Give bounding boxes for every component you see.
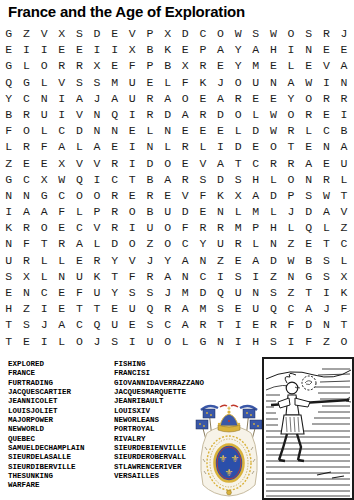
grid-cell: R — [23, 107, 30, 123]
grid-cell: A — [252, 253, 259, 269]
word-list-item: NEWORLEANS — [114, 416, 204, 425]
grid-cell: W — [58, 172, 65, 188]
grid-cell: U — [235, 285, 242, 301]
grid-cell: E — [199, 204, 206, 220]
grid-cell: U — [252, 301, 259, 317]
grid-cell: D — [111, 236, 118, 252]
grid-cell: R — [111, 188, 118, 204]
grid-cell: E — [305, 236, 312, 252]
word-list-item: WARFARE — [8, 481, 85, 490]
grid-cell: X — [164, 26, 171, 42]
grid-cell: I — [235, 317, 242, 333]
grid-cell: S — [199, 172, 206, 188]
grid-cell: D — [94, 26, 101, 42]
grid-cell: T — [217, 317, 224, 333]
grid-cell: N — [323, 139, 330, 155]
grid-cell: U — [252, 75, 259, 91]
grid-cell: B — [146, 42, 153, 58]
grid-cell: F — [341, 301, 348, 317]
grid-cell: L — [252, 236, 259, 252]
grid-cell: F — [76, 285, 83, 301]
grid-cell: C — [111, 172, 118, 188]
grid-cell: J — [323, 301, 330, 317]
grid-cell: E — [58, 285, 65, 301]
grid-cell: A — [288, 75, 295, 91]
grid-cell: E — [58, 301, 65, 317]
grid-cell: R — [323, 172, 330, 188]
grid-cell: S — [5, 269, 12, 285]
grid-cell: V — [182, 188, 189, 204]
grid-cell: A — [323, 204, 330, 220]
grid-cell: E — [199, 123, 206, 139]
grid-cell: R — [58, 236, 65, 252]
grid-cell: E — [129, 188, 136, 204]
grid-cell: C — [41, 285, 48, 301]
grid-cell: L — [41, 123, 48, 139]
grid-cell: O — [235, 75, 242, 91]
grid-cell: R — [323, 91, 330, 107]
grid-cell: A — [111, 91, 118, 107]
grid-cell: E — [182, 42, 189, 58]
word-list-item: SIEURDEROBERVALL — [114, 453, 204, 462]
grid-cell: Y — [5, 91, 12, 107]
grid-cell: T — [41, 236, 48, 252]
grid-cell: L — [164, 75, 171, 91]
grid-cell: I — [41, 334, 48, 350]
grid-cell: C — [164, 317, 171, 333]
grid-cell: N — [252, 285, 259, 301]
word-list-column-1: EXPLOREDFRANCEFURTRADINGJACQUESCARTIERJE… — [8, 360, 85, 491]
grid-cell: A — [41, 204, 48, 220]
grid-cell: J — [341, 26, 348, 42]
grid-cell: Q — [76, 172, 83, 188]
grid-cell: N — [323, 317, 330, 333]
grid-cell: C — [288, 301, 295, 317]
grid-cell: A — [217, 156, 224, 172]
grid-cell: U — [129, 301, 136, 317]
grid-cell: V — [323, 58, 330, 74]
grid-cell: E — [111, 26, 118, 42]
grid-cell: K — [199, 75, 206, 91]
grid-cell: K — [164, 42, 171, 58]
grid-cell: F — [23, 236, 30, 252]
grid-cell: R — [182, 172, 189, 188]
worksheet-page: France and the Age of Exploration GZVXSD… — [0, 0, 354, 500]
word-list-item: NEWWORLD — [8, 425, 85, 434]
grid-cell: L — [252, 107, 259, 123]
grid-cell: L — [41, 75, 48, 91]
grid-cell: F — [129, 58, 136, 74]
grid-cell: C — [199, 269, 206, 285]
page-title: France and the Age of Exploration — [8, 3, 245, 20]
word-list-item: STLAWRENCERIVER — [114, 463, 204, 472]
word-list-item: THESUNKING — [8, 472, 85, 481]
grid-cell: O — [164, 236, 171, 252]
grid-cell: V — [341, 204, 348, 220]
grid-cell: I — [288, 334, 295, 350]
grid-cell: X — [341, 269, 348, 285]
word-list-item: MAJORPOWER — [8, 416, 85, 425]
grid-cell: P — [199, 42, 206, 58]
grid-cell: S — [23, 317, 30, 333]
grid-cell: T — [129, 172, 136, 188]
grid-cell: C — [323, 123, 330, 139]
grid-cell: L — [341, 253, 348, 269]
grid-cell: M — [252, 58, 259, 74]
grid-cell: B — [305, 253, 312, 269]
grid-cell: D — [146, 156, 153, 172]
grid-cell: F — [182, 75, 189, 91]
grid-cell: E — [341, 42, 348, 58]
word-list-item: GIOVANNIDAVERRAZZANO — [114, 379, 204, 388]
grid-cell: K — [217, 188, 224, 204]
grid-cell: S — [323, 253, 330, 269]
grid-cell: D — [76, 123, 83, 139]
grid-cell: L — [76, 139, 83, 155]
grid-cell: A — [182, 107, 189, 123]
grid-cell: E — [217, 123, 224, 139]
grid-cell: W — [288, 253, 295, 269]
grid-cell: N — [5, 188, 12, 204]
grid-cell: E — [146, 75, 153, 91]
grid-cell: J — [41, 317, 48, 333]
grid-cell: S — [270, 334, 277, 350]
grid-cell: G — [305, 269, 312, 285]
grid-cell: O — [235, 107, 242, 123]
grid-cell: L — [288, 58, 295, 74]
word-list-item: JACQUESMARQUETTE — [114, 388, 204, 397]
grid-cell: Y — [235, 42, 242, 58]
grid-cell: L — [58, 253, 65, 269]
grid-cell: N — [58, 269, 65, 285]
grid-cell: O — [182, 91, 189, 107]
grid-cell: S — [305, 188, 312, 204]
grid-cell: Y — [235, 58, 242, 74]
grid-cell: E — [111, 58, 118, 74]
grid-cell: E — [111, 301, 118, 317]
grid-cell: V — [58, 75, 65, 91]
grid-cell: O — [288, 26, 295, 42]
grid-cell: A — [58, 317, 65, 333]
grid-cell: E — [323, 156, 330, 172]
grid-cell: C — [199, 26, 206, 42]
grid-cell: R — [341, 91, 348, 107]
grid-cell: J — [146, 253, 153, 269]
grid-cell: K — [341, 285, 348, 301]
grid-cell: V — [129, 26, 136, 42]
grid-cell: X — [58, 26, 65, 42]
grid-cell: E — [252, 91, 259, 107]
grid-cell: P — [288, 188, 295, 204]
grid-cell: R — [217, 220, 224, 236]
grid-cell: D — [182, 204, 189, 220]
grid-cell: V — [199, 156, 206, 172]
grid-cell: P — [146, 58, 153, 74]
grid-cell: F — [41, 139, 48, 155]
grid-cell: J — [164, 285, 171, 301]
grid-cell: I — [323, 75, 330, 91]
grid-cell: T — [235, 156, 242, 172]
grid-cell: E — [182, 123, 189, 139]
grid-cell: L — [23, 58, 30, 74]
grid-cell: W — [270, 107, 277, 123]
grid-cell: O — [76, 188, 83, 204]
grid-cell: O — [41, 58, 48, 74]
grid-cell: R — [235, 236, 242, 252]
word-list-item: JACQUESCARTIER — [8, 388, 85, 397]
grid-cell: R — [199, 107, 206, 123]
grid-cell: Q — [146, 301, 153, 317]
grid-cell: V — [76, 156, 83, 172]
grid-cell: N — [5, 236, 12, 252]
grid-cell: U — [94, 285, 101, 301]
grid-cell: E — [323, 42, 330, 58]
grid-cell: U — [146, 220, 153, 236]
grid-cell: C — [58, 123, 65, 139]
grid-cell: I — [41, 301, 48, 317]
grid-cell: A — [341, 58, 348, 74]
grid-cell: S — [235, 269, 242, 285]
grid-cell: F — [305, 334, 312, 350]
grid-cell: J — [94, 334, 101, 350]
grid-cell: H — [270, 42, 277, 58]
grid-cell: C — [341, 236, 348, 252]
grid-cell: A — [252, 42, 259, 58]
grid-cell: I — [41, 42, 48, 58]
grid-cell: V — [94, 220, 101, 236]
grid-cell: R — [235, 91, 242, 107]
grid-cell: Q — [5, 75, 12, 91]
grid-cell: O — [23, 123, 30, 139]
grid-cell: R — [305, 107, 312, 123]
grid-cell: X — [94, 58, 101, 74]
grid-cell: N — [94, 107, 101, 123]
grid-cell: B — [146, 172, 153, 188]
grid-cell: L — [288, 220, 295, 236]
grid-cell: T — [341, 188, 348, 204]
grid-cell: Q — [305, 220, 312, 236]
grid-cell: E — [252, 317, 259, 333]
grid-cell: X — [41, 172, 48, 188]
grid-cell: E — [129, 123, 136, 139]
word-list-item: FURTRADING — [8, 379, 85, 388]
word-list-item: VERSAILLES — [114, 472, 204, 481]
grid-cell: R — [94, 253, 101, 269]
grid-cell: T — [341, 317, 348, 333]
french-royal-coat-of-arms-icon: ⚜ ⚜ ⚜ — [193, 397, 265, 500]
grid-cell: I — [252, 269, 259, 285]
grid-cell: L — [341, 172, 348, 188]
grid-cell: S — [111, 334, 118, 350]
grid-cell: I — [341, 107, 348, 123]
grid-cell: N — [341, 75, 348, 91]
grid-cell: N — [288, 269, 295, 285]
grid-cell: A — [182, 317, 189, 333]
grid-cell: G — [5, 172, 12, 188]
grid-cell: X — [58, 156, 65, 172]
word-list-item: QUEBEC — [8, 435, 85, 444]
grid-cell: P — [146, 26, 153, 42]
grid-cell: S — [76, 26, 83, 42]
grid-cell: E — [323, 107, 330, 123]
grid-cell: G — [23, 75, 30, 91]
grid-cell: E — [199, 91, 206, 107]
grid-cell: R — [288, 156, 295, 172]
grid-cell: Z — [323, 334, 330, 350]
grid-cell: L — [270, 172, 277, 188]
grid-cell: C — [58, 188, 65, 204]
grid-cell: I — [129, 107, 136, 123]
word-list-item: FISHING — [114, 360, 204, 369]
grid-cell: Z — [146, 236, 153, 252]
grid-cell: Y — [164, 253, 171, 269]
grid-cell: R — [182, 139, 189, 155]
grid-cell: Q — [217, 285, 224, 301]
grid-cell: G — [5, 26, 12, 42]
grid-cell: V — [129, 253, 136, 269]
grid-cell: B — [341, 123, 348, 139]
grid-cell: Z — [288, 236, 295, 252]
grid-cell: D — [270, 188, 277, 204]
grid-cell: R — [23, 220, 30, 236]
grid-cell: N — [270, 236, 277, 252]
grid-cell: F — [199, 188, 206, 204]
grid-cell: J — [94, 91, 101, 107]
grid-cell: W — [270, 26, 277, 42]
grid-cell: S — [76, 75, 83, 91]
grid-cell: O — [129, 236, 136, 252]
grid-cell: R — [146, 188, 153, 204]
grid-cell: O — [288, 172, 295, 188]
grid-cell: E — [305, 58, 312, 74]
grid-cell: A — [182, 301, 189, 317]
grid-cell: P — [252, 220, 259, 236]
grid-cell: I — [111, 42, 118, 58]
grid-cell: E — [111, 139, 118, 155]
grid-cell: E — [5, 42, 12, 58]
grid-cell: A — [164, 91, 171, 107]
grid-cell: O — [288, 107, 295, 123]
grid-cell: S — [270, 285, 277, 301]
word-list-item: PORTROYAL — [114, 425, 204, 434]
grid-cell: A — [252, 188, 259, 204]
grid-cell: L — [305, 123, 312, 139]
grid-cell: E — [235, 253, 242, 269]
grid-cell: J — [288, 204, 295, 220]
grid-cell: T — [288, 139, 295, 155]
grid-cell: I — [94, 172, 101, 188]
grid-cell: R — [111, 220, 118, 236]
grid-cell: O — [164, 156, 171, 172]
word-list-item: SIEURDELASALLE — [8, 453, 85, 462]
grid-cell: R — [199, 317, 206, 333]
grid-cell: H — [5, 301, 12, 317]
grid-cell: T — [94, 301, 101, 317]
grid-cell: M — [252, 204, 259, 220]
grid-cell: Y — [111, 285, 118, 301]
grid-cell: S — [323, 269, 330, 285]
grid-cell: U — [217, 236, 224, 252]
grid-cell: E — [41, 156, 48, 172]
grid-cell: S — [129, 285, 136, 301]
grid-cell: T — [305, 285, 312, 301]
grid-cell: I — [129, 220, 136, 236]
grid-cell: N — [164, 123, 171, 139]
grid-cell: E — [305, 139, 312, 155]
word-list-item: LOUISJOLIET — [8, 407, 85, 416]
grid-cell: S — [217, 301, 224, 317]
grid-cell: G — [41, 188, 48, 204]
grid-cell: V — [41, 26, 48, 42]
grid-cell: E — [76, 42, 83, 58]
grid-cell: I — [217, 269, 224, 285]
grid-cell: D — [217, 107, 224, 123]
grid-cell: N — [94, 123, 101, 139]
grid-cell: K — [94, 269, 101, 285]
word-search-grid: GZVXSDEVPXDCOWSWOSRJEIIEEIIXBKEPAYAHINEE… — [0, 26, 354, 350]
grid-cell: M — [235, 220, 242, 236]
grid-cell: V — [94, 156, 101, 172]
grid-cell: R — [23, 253, 30, 269]
grid-cell: R — [288, 123, 295, 139]
grid-cell: F — [288, 317, 295, 333]
grid-cell: D — [235, 139, 242, 155]
grid-cell: I — [5, 204, 12, 220]
grid-cell: R — [146, 269, 153, 285]
grid-cell: D — [252, 123, 259, 139]
grid-cell: R — [270, 156, 277, 172]
grid-cell: M — [199, 301, 206, 317]
grid-cell: E — [129, 317, 136, 333]
grid-cell: O — [164, 334, 171, 350]
grid-cell: D — [182, 26, 189, 42]
word-list-item: FRANCISI — [114, 369, 204, 378]
grid-cell: X — [235, 188, 242, 204]
grid-cell: C — [76, 220, 83, 236]
grid-cell: L — [182, 334, 189, 350]
grid-cell: R — [164, 301, 171, 317]
grid-cell: S — [146, 317, 153, 333]
svg-text:⚜: ⚜ — [231, 453, 240, 464]
grid-cell: X — [23, 269, 30, 285]
grid-cell: A — [164, 269, 171, 285]
grid-cell: E — [5, 285, 12, 301]
grid-cell: D — [217, 172, 224, 188]
grid-cell: C — [23, 172, 30, 188]
grid-cell: F — [5, 123, 12, 139]
word-list-item: RIVALRY — [114, 435, 204, 444]
svg-text:⚜: ⚜ — [219, 453, 228, 464]
grid-cell: N — [217, 334, 224, 350]
grid-cell: A — [217, 42, 224, 58]
grid-cell: N — [217, 204, 224, 220]
grid-cell: A — [76, 236, 83, 252]
grid-cell: V — [76, 107, 83, 123]
grid-cell: O — [270, 139, 277, 155]
grid-cell: L — [146, 123, 153, 139]
grid-cell: Z — [288, 285, 295, 301]
grid-cell: U — [76, 269, 83, 285]
grid-cell: S — [146, 285, 153, 301]
grid-cell: U — [129, 75, 136, 91]
grid-cell: A — [23, 204, 30, 220]
grid-cell: O — [129, 204, 136, 220]
grid-cell: W — [305, 75, 312, 91]
grid-cell: R — [270, 317, 277, 333]
grid-cell: Z — [23, 26, 30, 42]
grid-cell: E — [270, 58, 277, 74]
grid-cell: I — [323, 285, 330, 301]
